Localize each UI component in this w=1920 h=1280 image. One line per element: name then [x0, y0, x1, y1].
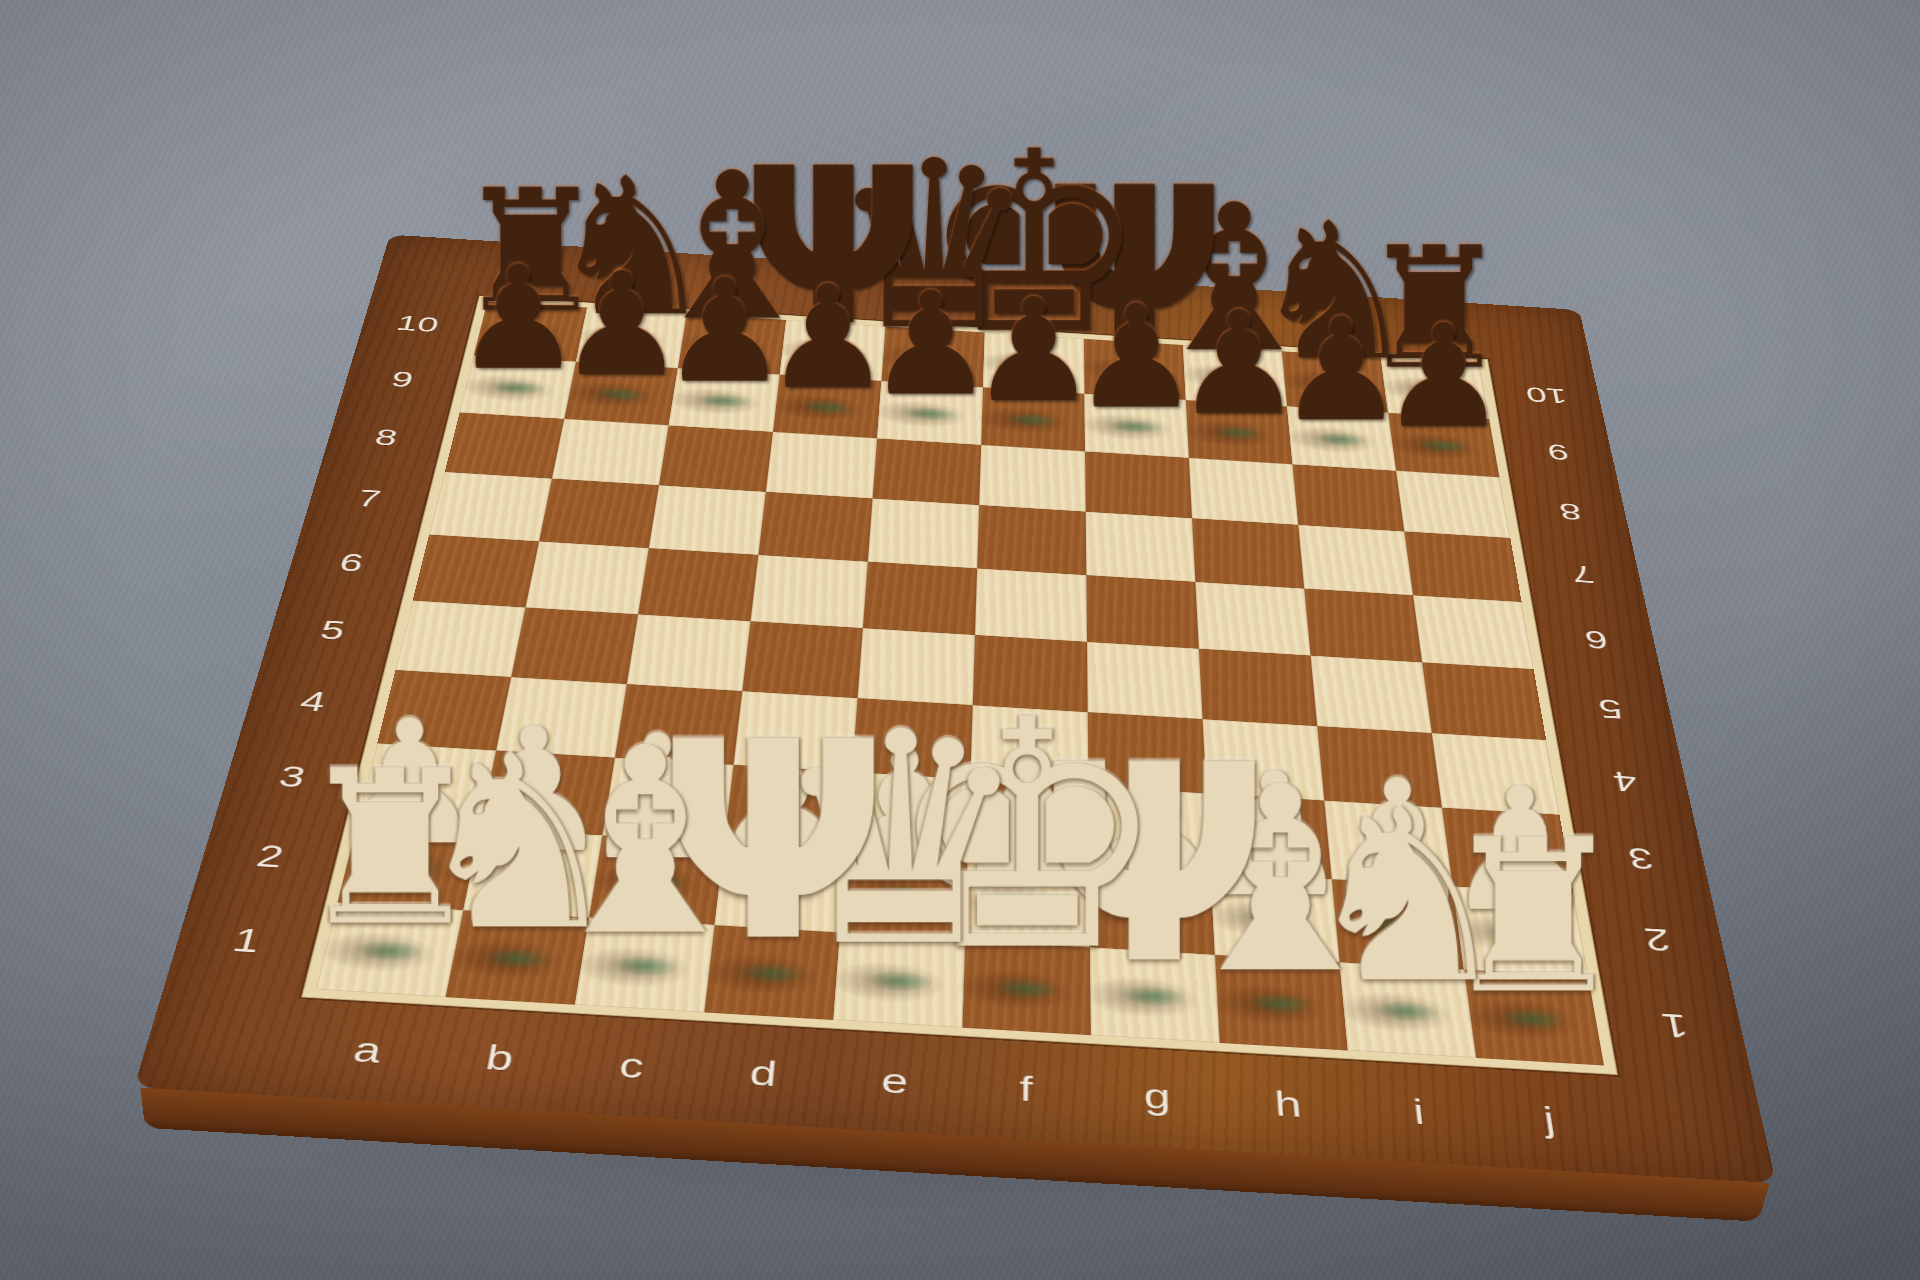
coord-right-rank-5: 5: [1596, 695, 1624, 722]
board-3d-wrapper: ♜♞♝Ψ♛♚Ψ♝♞♜♟♟♟♟♟♟♟♟♟♟♟♟♟♟♟♟♟♟♟♟♜♞♝Ψ♛♚Ψ♝♞♜…: [134, 235, 1776, 1184]
coord-bottom-file-a: a: [350, 1033, 385, 1069]
square-j6: [1413, 595, 1534, 669]
square-h8: [1189, 458, 1298, 525]
coord-bottom-file-c: c: [617, 1048, 646, 1084]
coord-bottom-file-h: h: [1274, 1086, 1303, 1122]
coord-bottom-file-f: f: [1019, 1072, 1033, 1107]
square-g6: [1086, 575, 1199, 649]
square-b6: [526, 541, 649, 614]
playing-field: ♜♞♝Ψ♛♚Ψ♝♞♜♟♟♟♟♟♟♟♟♟♟♟♟♟♟♟♟♟♟♟♟♜♞♝Ψ♛♚Ψ♝♞♜: [316, 301, 1604, 1065]
square-i5: [1311, 656, 1432, 734]
square-a9: ♟: [460, 355, 576, 418]
square-j8: [1396, 471, 1510, 538]
square-g7: [1086, 512, 1196, 582]
piece-white-rook-a1: ♜: [274, 765, 507, 949]
coord-left-rank-9: 9: [389, 369, 416, 391]
coord-bottom-file-d: d: [748, 1056, 778, 1092]
coord-right-rank-8: 8: [1557, 500, 1583, 524]
square-e7: [868, 498, 979, 568]
square-j5: [1422, 662, 1546, 740]
square-d8: [766, 432, 877, 499]
coord-bottom-file-e: e: [880, 1064, 909, 1100]
coord-right-rank-6: 6: [1583, 626, 1610, 652]
coord-left-rank-1: 1: [229, 924, 264, 957]
square-c7: [649, 485, 766, 555]
square-i6: [1304, 589, 1422, 663]
square-h6: [1195, 582, 1310, 656]
square-a7: [429, 472, 552, 541]
coord-bottom-file-j: j: [1541, 1102, 1557, 1137]
coord-right-rank-9: 9: [1546, 441, 1571, 464]
square-j7: [1404, 531, 1521, 602]
square-c6: [638, 548, 758, 621]
square-a5: [395, 601, 525, 678]
photo-scene: ♜♞♝Ψ♛♚Ψ♝♞♜♟♟♟♟♟♟♟♟♟♟♟♟♟♟♟♟♟♟♟♟♜♞♝Ψ♛♚Ψ♝♞♜…: [0, 0, 1920, 1280]
square-a6: [413, 535, 539, 608]
board-pinstripe-frame: ♜♞♝Ψ♛♚Ψ♝♞♜♟♟♟♟♟♟♟♟♟♟♟♟♟♟♟♟♟♟♟♟♜♞♝Ψ♛♚Ψ♝♞♜: [301, 296, 1618, 1075]
square-e6: [863, 562, 977, 635]
coord-left-rank-5: 5: [318, 617, 348, 644]
square-g8: [1085, 451, 1192, 518]
coord-left-rank-7: 7: [355, 487, 383, 511]
square-d6: [751, 555, 868, 628]
square-e8: [873, 438, 982, 505]
square-d7: [758, 492, 872, 562]
coord-bottom-file-g: g: [1143, 1079, 1171, 1115]
square-i7: [1298, 525, 1413, 595]
square-f8: [979, 445, 1085, 512]
square-h7: [1192, 518, 1304, 588]
square-b8: [552, 419, 669, 485]
square-b5: [511, 607, 638, 684]
square-a8: [445, 412, 564, 478]
square-f6: [975, 568, 1087, 641]
coord-left-rank-6: 6: [337, 550, 366, 575]
coord-left-rank-8: 8: [372, 426, 400, 449]
square-f7: [977, 505, 1086, 575]
piece-black-pawn-a9: ♟: [424, 238, 613, 387]
board-wood-border: ♜♞♝Ψ♛♚Ψ♝♞♜♟♟♟♟♟♟♟♟♟♟♟♟♟♟♟♟♟♟♟♟♜♞♝Ψ♛♚Ψ♝♞♜…: [134, 235, 1776, 1184]
coord-bottom-file-i: i: [1411, 1095, 1426, 1130]
square-a1: ♜: [316, 903, 464, 998]
coord-right-rank-1: 1: [1659, 1009, 1691, 1043]
square-c8: [659, 425, 773, 492]
square-c5: [627, 614, 751, 691]
square-b7: [539, 479, 659, 549]
coord-bottom-file-b: b: [483, 1040, 516, 1076]
square-i8: [1293, 464, 1405, 531]
coord-right-rank-7: 7: [1570, 561, 1597, 586]
